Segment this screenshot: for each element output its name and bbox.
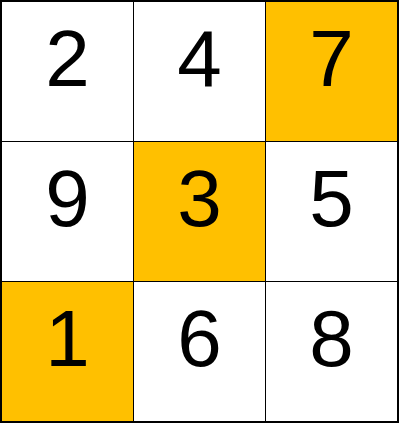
cell-r0c0[interactable]: 2 [2,2,133,141]
cell-r0c1[interactable]: 4 [134,2,265,141]
cell-r1c0[interactable]: 9 [2,142,133,281]
cell-r0c2[interactable]: 7 [266,2,397,141]
cell-r1c1[interactable]: 3 [134,142,265,281]
cell-r2c2[interactable]: 8 [266,282,397,421]
cell-r2c0[interactable]: 1 [2,282,133,421]
cell-r1c2[interactable]: 5 [266,142,397,281]
grid-3x3: 2 4 7 9 3 5 1 6 8 [0,0,399,423]
number-grid-board: 2 4 7 9 3 5 1 6 8 [0,0,399,423]
cell-r2c1[interactable]: 6 [134,282,265,421]
